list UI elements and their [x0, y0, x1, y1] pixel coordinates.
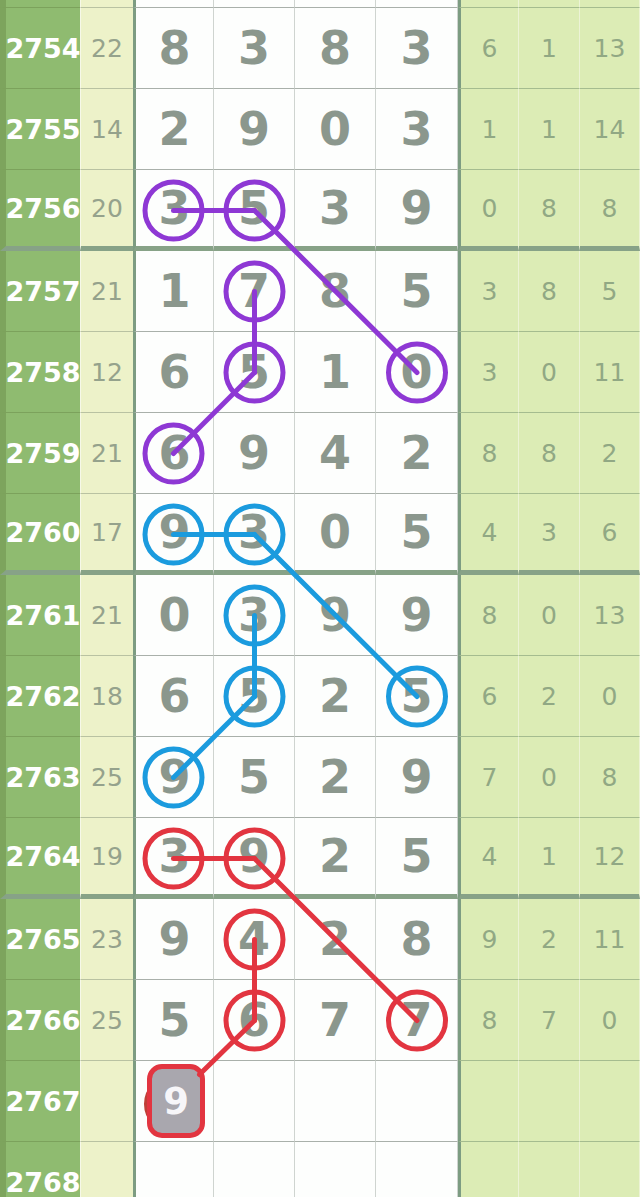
digit-cell: 9: [295, 575, 376, 656]
digit-cell: 7: [376, 980, 458, 1061]
period-cell: 2758: [0, 332, 80, 413]
digit-cell: 7: [295, 980, 376, 1061]
digit-cell: 2: [295, 656, 376, 737]
stat-cell: 2: [519, 899, 580, 980]
digit-cell: 2: [295, 818, 376, 899]
digit-cell: [214, 1142, 295, 1197]
digit-cell: 4: [214, 899, 295, 980]
stat-cell: 1: [458, 89, 519, 170]
digit-cell: 3: [133, 170, 214, 251]
stat-cell: 3: [458, 332, 519, 413]
sum-cell: 18: [80, 656, 133, 737]
stat-cell: 11: [580, 899, 640, 980]
stat-cell: 6: [458, 656, 519, 737]
sum-cell: 12: [80, 332, 133, 413]
stat-cell: 0: [580, 980, 640, 1061]
digit-cell: [376, 1142, 458, 1197]
digit-cell: 5: [376, 251, 458, 332]
sum-cell: 19: [80, 818, 133, 899]
digit-cell: 8: [133, 8, 214, 89]
digit-cell: 2: [133, 89, 214, 170]
digit-cell: 9: [133, 1061, 214, 1142]
stat-cell: 0: [458, 170, 519, 251]
stat-cell: 6: [458, 8, 519, 89]
stat-cell: 11: [580, 332, 640, 413]
stat-cell: 2: [580, 413, 640, 494]
digit-cell: 3: [376, 89, 458, 170]
cropped-row-stat-cell: [458, 0, 519, 8]
digit-cell: 5: [376, 818, 458, 899]
stat-cell: 6: [580, 494, 640, 575]
stat-cell: 8: [580, 737, 640, 818]
stat-cell: 4: [458, 494, 519, 575]
digit-cell: 5: [376, 494, 458, 575]
stat-cell: 0: [580, 656, 640, 737]
stat-cell: 12: [580, 818, 640, 899]
sum-cell: [80, 1061, 133, 1142]
lottery-trend-chart: 2754228383611327551429031114275620353908…: [0, 0, 640, 1197]
digit-cell: 5: [376, 656, 458, 737]
digit-cell: 1: [133, 251, 214, 332]
stat-cell: 8: [458, 575, 519, 656]
prediction-box-mark: 9: [147, 1064, 205, 1138]
cropped-row-stat-cell: [580, 0, 640, 8]
stat-cell: 1: [519, 818, 580, 899]
stat-cell: 1: [519, 89, 580, 170]
digit-cell: [376, 1061, 458, 1142]
cropped-row-digit-cell: [295, 0, 376, 8]
period-cell: 2754: [0, 8, 80, 89]
stat-cell: [580, 1061, 640, 1142]
sum-cell: 14: [80, 89, 133, 170]
digit-cell: [214, 1061, 295, 1142]
digit-cell: 6: [214, 980, 295, 1061]
digit-cell: 9: [376, 575, 458, 656]
digit-cell: 3: [214, 494, 295, 575]
digit-cell: [133, 1142, 214, 1197]
stat-cell: 7: [458, 737, 519, 818]
stat-cell: [519, 1061, 580, 1142]
digit-cell: 9: [133, 494, 214, 575]
digit-cell: 5: [214, 737, 295, 818]
digit-cell: 9: [133, 899, 214, 980]
stat-cell: 0: [519, 332, 580, 413]
period-cell: 2757: [0, 251, 80, 332]
stat-cell: 13: [580, 8, 640, 89]
sum-cell: 17: [80, 494, 133, 575]
sum-cell: 22: [80, 8, 133, 89]
digit-cell: 1: [295, 332, 376, 413]
cropped-row-sum-cell: [80, 0, 133, 8]
digit-cell: 3: [133, 818, 214, 899]
digit-cell: 9: [376, 170, 458, 251]
sum-cell: 23: [80, 899, 133, 980]
period-cell: 2762: [0, 656, 80, 737]
period-cell: 2755: [0, 89, 80, 170]
sum-cell: 25: [80, 737, 133, 818]
stat-cell: 8: [458, 980, 519, 1061]
digit-cell: 0: [295, 494, 376, 575]
sum-cell: 21: [80, 251, 133, 332]
stat-cell: [519, 1142, 580, 1197]
digit-cell: 9: [214, 818, 295, 899]
period-cell: 2768: [0, 1142, 80, 1197]
period-cell: 2759: [0, 413, 80, 494]
predicted-digit-cell: 9: [136, 1061, 213, 1141]
digit-cell: 3: [214, 575, 295, 656]
cropped-row-digit-cell: [133, 0, 214, 8]
stat-cell: 8: [519, 413, 580, 494]
digit-cell: 9: [214, 413, 295, 494]
stat-cell: 13: [580, 575, 640, 656]
digit-cell: 8: [376, 899, 458, 980]
period-cell: 2766: [0, 980, 80, 1061]
period-cell: 2756: [0, 170, 80, 251]
sum-cell: 21: [80, 413, 133, 494]
period-cell: 2760: [0, 494, 80, 575]
digit-cell: 9: [214, 89, 295, 170]
sum-cell: 25: [80, 980, 133, 1061]
stat-cell: 3: [458, 251, 519, 332]
stat-cell: 0: [519, 575, 580, 656]
stat-cell: [458, 1142, 519, 1197]
stat-cell: 14: [580, 89, 640, 170]
digit-cell: 5: [133, 980, 214, 1061]
digit-cell: 0: [376, 332, 458, 413]
digit-cell: 8: [295, 251, 376, 332]
digit-cell: 5: [214, 332, 295, 413]
stat-cell: 7: [519, 980, 580, 1061]
period-cell: 2765: [0, 899, 80, 980]
period-cell: 2763: [0, 737, 80, 818]
period-cell: 2764: [0, 818, 80, 899]
digit-cell: 4: [295, 413, 376, 494]
digit-cell: 5: [214, 656, 295, 737]
period-cell: 2767: [0, 1061, 80, 1142]
digit-cell: 9: [376, 737, 458, 818]
digit-cell: 0: [133, 575, 214, 656]
stat-cell: 4: [458, 818, 519, 899]
stat-cell: 8: [519, 170, 580, 251]
stat-cell: 0: [519, 737, 580, 818]
cropped-row-period-cell: [0, 0, 80, 8]
digit-cell: 6: [133, 332, 214, 413]
digit-cell: 6: [133, 656, 214, 737]
digit-cell: 0: [295, 89, 376, 170]
digit-cell: 2: [376, 413, 458, 494]
digit-cell: 2: [295, 737, 376, 818]
stat-cell: 9: [458, 899, 519, 980]
period-cell: 2761: [0, 575, 80, 656]
cropped-row-digit-cell: [214, 0, 295, 8]
cropped-row-digit-cell: [376, 0, 458, 8]
digit-cell: 3: [376, 8, 458, 89]
digit-cell: 3: [295, 170, 376, 251]
sum-cell: 20: [80, 170, 133, 251]
trend-grid: 2754228383611327551429031114275620353908…: [0, 0, 640, 1197]
digit-cell: 7: [214, 251, 295, 332]
stat-cell: 2: [519, 656, 580, 737]
digit-cell: 2: [295, 899, 376, 980]
digit-cell: [295, 1061, 376, 1142]
stat-cell: 5: [580, 251, 640, 332]
digit-cell: 9: [133, 737, 214, 818]
digit-cell: 5: [214, 170, 295, 251]
cropped-row-stat-cell: [519, 0, 580, 8]
stat-cell: 8: [458, 413, 519, 494]
stat-cell: [458, 1061, 519, 1142]
stat-cell: 3: [519, 494, 580, 575]
digit-cell: 6: [133, 413, 214, 494]
sum-cell: 21: [80, 575, 133, 656]
stat-cell: 8: [519, 251, 580, 332]
sum-cell: [80, 1142, 133, 1197]
stat-cell: [580, 1142, 640, 1197]
digit-cell: 3: [214, 8, 295, 89]
stat-cell: 8: [580, 170, 640, 251]
digit-cell: 8: [295, 8, 376, 89]
stat-cell: 1: [519, 8, 580, 89]
digit-cell: [295, 1142, 376, 1197]
